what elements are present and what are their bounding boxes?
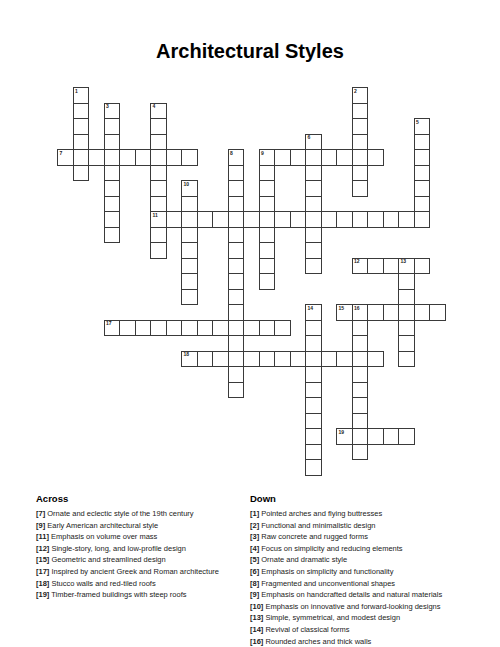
clue-down-8: [8] Fragmented and unconventional shapes [250, 578, 482, 590]
grid-cell[interactable] [398, 289, 415, 306]
grid-cell[interactable] [73, 134, 90, 151]
cell-number: 18 [184, 352, 190, 358]
grid-cell[interactable] [321, 149, 338, 166]
grid-cell[interactable] [228, 304, 245, 321]
clue-across-12: [12] Single-story, long, and low-profile… [36, 543, 248, 555]
clue-down-1: [1] Pointed arches and flying buttresses [250, 508, 482, 520]
grid-cell[interactable] [352, 366, 369, 383]
grid-cell[interactable] [150, 149, 167, 166]
grid-cell[interactable] [259, 320, 276, 337]
grid-cell[interactable] [73, 118, 90, 135]
grid-cell[interactable] [305, 444, 322, 461]
grid-cell[interactable] [150, 180, 167, 197]
grid-cell[interactable] [119, 320, 136, 337]
grid-cell[interactable] [274, 211, 291, 228]
grid-cell[interactable] [352, 118, 369, 135]
grid-cell[interactable] [414, 134, 431, 151]
grid-cell[interactable] [352, 134, 369, 151]
grid-cell[interactable] [228, 289, 245, 306]
grid-cell[interactable] [228, 273, 245, 290]
grid-cell[interactable] [352, 444, 369, 461]
grid-cell[interactable] [228, 211, 245, 228]
grid-cell[interactable] [274, 320, 291, 337]
grid-cell[interactable] [212, 211, 229, 228]
across-clue-list: [7] Ornate and eclectic style of the 19t… [36, 508, 248, 601]
grid-cell[interactable]: 14 [305, 304, 322, 321]
grid-cell[interactable]: 16 [352, 304, 369, 321]
grid-cell[interactable] [259, 211, 276, 228]
grid-cell[interactable] [150, 165, 167, 182]
grid-cell[interactable]: 5 [414, 118, 431, 135]
cell-number: 11 [153, 213, 158, 219]
cell-number: 10 [184, 182, 190, 188]
grid-cell[interactable] [429, 304, 446, 321]
grid-cell[interactable] [150, 196, 167, 213]
clue-across-19: [19] Timber-framed buildings with steep … [36, 589, 248, 601]
clue-across-7: [7] Ornate and eclectic style of the 19t… [36, 508, 248, 520]
clue-down-6: [6] Emphasis on simplicity and functiona… [250, 566, 482, 578]
grid-cell[interactable]: 8 [228, 149, 245, 166]
grid-cell[interactable] [197, 320, 214, 337]
grid-cell[interactable] [104, 196, 121, 213]
grid-cell[interactable] [181, 320, 198, 337]
grid-cell[interactable] [321, 351, 338, 368]
clue-across-18: [18] Stucco walls and red-tiled roofs [36, 578, 248, 590]
clue-down-5: [5] Ornate and dramatic style [250, 554, 482, 566]
grid-cell[interactable]: 11 [150, 211, 167, 228]
grid-cell[interactable] [181, 258, 198, 275]
grid-cell[interactable] [352, 320, 369, 337]
grid-cell[interactable] [259, 165, 276, 182]
clue-down-3: [3] Raw concrete and rugged forms [250, 531, 482, 543]
down-header: Down [250, 493, 482, 504]
cell-number: 6 [308, 135, 311, 141]
clue-down-13: [13] Simple, symmetrical, and modest des… [250, 612, 482, 624]
grid-cell[interactable] [305, 397, 322, 414]
cell-number: 1 [75, 89, 78, 95]
grid-cell[interactable] [352, 428, 369, 445]
grid-cell[interactable] [398, 335, 415, 352]
grid-cell[interactable] [228, 258, 245, 275]
grid-cell[interactable] [259, 227, 276, 244]
grid-cell[interactable] [305, 335, 322, 352]
cell-number: 16 [354, 306, 360, 312]
grid-cell[interactable] [135, 320, 152, 337]
cell-number: 19 [339, 430, 345, 436]
grid-cell[interactable] [228, 335, 245, 352]
grid-cell[interactable] [383, 304, 400, 321]
grid-cell[interactable] [398, 273, 415, 290]
grid-cell[interactable] [305, 366, 322, 383]
grid-cell[interactable] [352, 335, 369, 352]
grid-cell[interactable]: 9 [259, 149, 276, 166]
grid-cell[interactable] [305, 149, 322, 166]
clue-down-9: [9] Emphasis on handcrafted details and … [250, 589, 482, 601]
grid-cell[interactable] [88, 149, 105, 166]
grid-cell[interactable] [150, 118, 167, 135]
grid-cell[interactable] [197, 351, 214, 368]
cell-number: 12 [354, 259, 360, 265]
grid-cell[interactable] [228, 382, 245, 399]
down-clue-list: [1] Pointed arches and flying buttresses… [250, 508, 482, 647]
grid-cell[interactable] [367, 258, 384, 275]
clue-down-2: [2] Functional and minimalistic design [250, 520, 482, 532]
grid-cell[interactable] [259, 180, 276, 197]
crossword-page: Architectural Styles 1234567891011121314… [0, 0, 500, 647]
grid-cell[interactable] [104, 227, 121, 244]
grid-cell[interactable] [181, 211, 198, 228]
grid-cell[interactable]: 4 [150, 103, 167, 120]
grid-cell[interactable] [274, 149, 291, 166]
grid-cell[interactable] [305, 258, 322, 275]
grid-cell[interactable]: 10 [181, 180, 198, 197]
clue-down-16: [16] Rounded arches and thick walls [250, 636, 482, 647]
grid-cell[interactable] [228, 242, 245, 259]
grid-cell[interactable] [104, 180, 121, 197]
cell-number: 14 [308, 306, 314, 312]
grid-cell[interactable] [228, 196, 245, 213]
grid-cell[interactable] [305, 459, 322, 476]
grid-cell[interactable] [73, 103, 90, 120]
cell-number: 5 [416, 120, 419, 126]
grid-cell[interactable] [398, 320, 415, 337]
grid-cell[interactable]: 12 [352, 258, 369, 275]
across-clues-section: Across [7] Ornate and eclectic style of … [36, 493, 248, 601]
grid-cell[interactable] [150, 227, 167, 244]
grid-cell[interactable]: 13 [398, 258, 415, 275]
grid-cell[interactable] [352, 180, 369, 197]
grid-cell[interactable]: 15 [336, 304, 353, 321]
grid-cell[interactable] [228, 180, 245, 197]
grid-cell[interactable] [259, 258, 276, 275]
grid-cell[interactable] [352, 351, 369, 368]
grid-cell[interactable] [259, 273, 276, 290]
cell-number: 2 [354, 89, 357, 95]
clue-down-4: [4] Focus on simplicity and reducing ele… [250, 543, 482, 555]
puzzle-title: Architectural Styles [0, 40, 500, 63]
grid-cell[interactable] [336, 351, 353, 368]
grid-cell[interactable] [212, 351, 229, 368]
cell-number: 15 [339, 306, 345, 312]
grid-cell[interactable] [414, 165, 431, 182]
grid-cell[interactable] [352, 413, 369, 430]
grid-cell[interactable] [104, 165, 121, 182]
grid-cell[interactable] [414, 258, 431, 275]
grid-cell[interactable] [414, 180, 431, 197]
grid-cell[interactable] [352, 211, 369, 228]
grid-cell[interactable] [228, 165, 245, 182]
grid-cell[interactable] [398, 304, 415, 321]
grid-cell[interactable]: 2 [352, 87, 369, 104]
grid-cell[interactable] [73, 149, 90, 166]
grid-cell[interactable] [352, 165, 369, 182]
grid-cell[interactable] [414, 211, 431, 228]
grid-cell[interactable] [181, 196, 198, 213]
grid-cell[interactable] [243, 320, 260, 337]
grid-cell[interactable] [305, 320, 322, 337]
grid-cell[interactable] [181, 242, 198, 259]
clue-down-14: [14] Revival of classical forms [250, 624, 482, 636]
cell-number: 13 [401, 259, 407, 265]
grid-cell[interactable] [181, 149, 198, 166]
grid-cell[interactable] [228, 351, 245, 368]
clue-across-15: [15] Geometric and streamlined design [36, 554, 248, 566]
down-clues-section: Down [1] Pointed arches and flying buttr… [250, 493, 482, 647]
grid-cell[interactable] [228, 227, 245, 244]
grid-cell[interactable] [104, 118, 121, 135]
clue-across-9: [9] Early American architectural style [36, 520, 248, 532]
cell-number: 3 [106, 104, 109, 110]
grid-cell[interactable] [305, 180, 322, 197]
grid-cell[interactable] [212, 320, 229, 337]
grid-cell[interactable] [290, 351, 307, 368]
grid-cell[interactable]: 18 [181, 351, 198, 368]
grid-cell[interactable] [336, 211, 353, 228]
grid-cell[interactable] [305, 196, 322, 213]
grid-cell[interactable] [398, 351, 415, 368]
grid-cell[interactable] [104, 211, 121, 228]
across-header: Across [36, 493, 248, 504]
grid-cell[interactable] [104, 134, 121, 151]
grid-cell[interactable] [243, 351, 260, 368]
grid-cell[interactable] [259, 351, 276, 368]
grid-cell[interactable] [166, 320, 183, 337]
grid-cell[interactable]: 7 [57, 149, 74, 166]
grid-cell[interactable] [290, 211, 307, 228]
cell-number: 17 [106, 321, 112, 327]
grid-cell[interactable] [398, 211, 415, 228]
grid-cell[interactable] [352, 149, 369, 166]
crossword-grid: 12345678910111213141516171819 [57, 87, 446, 476]
cell-number: 4 [153, 104, 156, 110]
grid-cell[interactable] [259, 242, 276, 259]
grid-cell[interactable] [414, 304, 431, 321]
grid-cell[interactable] [150, 320, 167, 337]
grid-cell[interactable] [383, 211, 400, 228]
grid-cell[interactable]: 19 [336, 428, 353, 445]
grid-cell[interactable] [274, 351, 291, 368]
grid-cell[interactable] [181, 289, 198, 306]
cell-number: 8 [230, 151, 233, 157]
grid-cell[interactable] [414, 149, 431, 166]
grid-cell[interactable] [367, 304, 384, 321]
grid-cell[interactable] [305, 211, 322, 228]
grid-cell[interactable] [321, 211, 338, 228]
grid-cell[interactable]: 3 [104, 103, 121, 120]
grid-cell[interactable] [414, 196, 431, 213]
grid-cell[interactable] [383, 428, 400, 445]
grid-cell[interactable] [290, 149, 307, 166]
grid-cell[interactable] [228, 366, 245, 383]
grid-cell[interactable] [352, 103, 369, 120]
grid-cell[interactable] [305, 242, 322, 259]
grid-cell[interactable] [150, 134, 167, 151]
grid-cell[interactable] [166, 211, 183, 228]
grid-cell[interactable] [243, 211, 260, 228]
grid-cell[interactable]: 17 [104, 320, 121, 337]
grid-cell[interactable] [367, 351, 384, 368]
grid-cell[interactable] [367, 428, 384, 445]
grid-cell[interactable] [104, 149, 121, 166]
grid-cell[interactable] [305, 351, 322, 368]
grid-cell[interactable] [352, 382, 369, 399]
grid-cell[interactable]: 6 [305, 134, 322, 151]
grid-cell[interactable]: 1 [73, 87, 90, 104]
cell-number: 7 [60, 151, 63, 157]
grid-cell[interactable] [398, 428, 415, 445]
grid-cell[interactable] [119, 149, 136, 166]
grid-cell[interactable] [181, 273, 198, 290]
clue-across-17: [17] Inspired by ancient Greek and Roman… [36, 566, 248, 578]
grid-cell[interactable] [259, 196, 276, 213]
grid-cell[interactable] [383, 258, 400, 275]
grid-cell[interactable] [367, 149, 384, 166]
grid-cell[interactable] [305, 227, 322, 244]
grid-cell[interactable] [150, 242, 167, 259]
grid-cell[interactable] [352, 397, 369, 414]
grid-cell[interactable] [305, 413, 322, 430]
grid-cell[interactable] [305, 382, 322, 399]
grid-cell[interactable] [166, 149, 183, 166]
grid-cell[interactable] [336, 149, 353, 166]
grid-cell[interactable] [73, 165, 90, 182]
grid-cell[interactable] [135, 149, 152, 166]
grid-cell[interactable] [197, 211, 214, 228]
grid-cell[interactable] [228, 320, 245, 337]
clue-down-10: [10] Emphasis on innovative and forward-… [250, 601, 482, 613]
grid-cell[interactable] [367, 211, 384, 228]
clue-across-11: [11] Emphasis on volume over mass [36, 531, 248, 543]
grid-cell[interactable] [181, 227, 198, 244]
grid-cell[interactable] [305, 165, 322, 182]
cell-number: 9 [261, 151, 264, 157]
grid-cell[interactable] [305, 428, 322, 445]
